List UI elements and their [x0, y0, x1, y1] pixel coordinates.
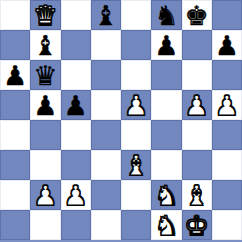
square-g4[interactable]: [182, 120, 212, 150]
square-f6[interactable]: [151, 60, 181, 90]
square-e5[interactable]: ♟: [121, 90, 151, 120]
square-b6[interactable]: ♛: [30, 60, 60, 90]
square-a4[interactable]: [0, 120, 30, 150]
chess-board: ♛♝♞♚♝♟♟♟♛♟♟♟♟♟♝♟♟♞♝♞♚: [0, 0, 242, 242]
square-c1[interactable]: [61, 210, 91, 240]
white-bishop: ♝: [124, 152, 148, 179]
square-g3[interactable]: [182, 150, 212, 180]
square-h3[interactable]: [212, 150, 242, 180]
square-d7[interactable]: [91, 30, 121, 60]
square-d4[interactable]: [91, 120, 121, 150]
square-c6[interactable]: [61, 60, 91, 90]
square-f5[interactable]: [151, 90, 181, 120]
square-f2[interactable]: ♞: [151, 180, 181, 210]
square-f1[interactable]: ♞: [151, 210, 181, 240]
square-h7[interactable]: ♟: [212, 30, 242, 60]
square-e4[interactable]: [121, 120, 151, 150]
white-bishop: ♝: [185, 182, 209, 209]
black-queen: ♛: [33, 62, 57, 89]
square-b3[interactable]: [30, 150, 60, 180]
square-d8[interactable]: ♝: [91, 0, 121, 30]
white-pawn: ♟: [33, 182, 57, 209]
square-e3[interactable]: ♝: [121, 150, 151, 180]
square-d1[interactable]: [91, 210, 121, 240]
square-g2[interactable]: ♝: [182, 180, 212, 210]
black-pawn: ♟: [64, 92, 88, 119]
black-knight: ♞: [154, 2, 178, 29]
square-c5[interactable]: ♟: [61, 90, 91, 120]
square-g5[interactable]: ♟: [182, 90, 212, 120]
white-knight: ♞: [154, 212, 178, 239]
square-e7[interactable]: [121, 30, 151, 60]
square-c7[interactable]: [61, 30, 91, 60]
square-h4[interactable]: [212, 120, 242, 150]
square-a1[interactable]: [0, 210, 30, 240]
square-g1[interactable]: ♚: [182, 210, 212, 240]
square-f8[interactable]: ♞: [151, 0, 181, 30]
square-h6[interactable]: [212, 60, 242, 90]
black-king: ♚: [185, 2, 209, 29]
square-a5[interactable]: [0, 90, 30, 120]
square-a6[interactable]: ♟: [0, 60, 30, 90]
square-e1[interactable]: [121, 210, 151, 240]
square-f3[interactable]: [151, 150, 181, 180]
square-e2[interactable]: [121, 180, 151, 210]
square-b8[interactable]: ♛: [30, 0, 60, 30]
white-king: ♚: [185, 212, 209, 239]
white-knight: ♞: [154, 182, 178, 209]
square-a8[interactable]: [0, 0, 30, 30]
square-e8[interactable]: [121, 0, 151, 30]
white-pawn: ♟: [215, 92, 239, 119]
square-c3[interactable]: [61, 150, 91, 180]
square-c4[interactable]: [61, 120, 91, 150]
square-b4[interactable]: [30, 120, 60, 150]
square-g8[interactable]: ♚: [182, 0, 212, 30]
square-a3[interactable]: [0, 150, 30, 180]
white-pawn: ♟: [124, 92, 148, 119]
black-bishop: ♝: [94, 2, 118, 29]
square-d5[interactable]: [91, 90, 121, 120]
square-f4[interactable]: [151, 120, 181, 150]
square-a2[interactable]: [0, 180, 30, 210]
square-h1[interactable]: [212, 210, 242, 240]
square-b2[interactable]: ♟: [30, 180, 60, 210]
black-bishop: ♝: [33, 32, 57, 59]
white-pawn: ♟: [64, 182, 88, 209]
square-h2[interactable]: [212, 180, 242, 210]
square-d6[interactable]: [91, 60, 121, 90]
black-pawn: ♟: [3, 62, 27, 89]
square-d2[interactable]: [91, 180, 121, 210]
black-pawn: ♟: [154, 32, 178, 59]
square-a7[interactable]: [0, 30, 30, 60]
square-h8[interactable]: [212, 0, 242, 30]
white-pawn: ♟: [185, 92, 209, 119]
black-pawn: ♟: [215, 32, 239, 59]
square-g6[interactable]: [182, 60, 212, 90]
square-c2[interactable]: ♟: [61, 180, 91, 210]
square-d3[interactable]: [91, 150, 121, 180]
square-h5[interactable]: ♟: [212, 90, 242, 120]
square-f7[interactable]: ♟: [151, 30, 181, 60]
black-pawn: ♟: [33, 92, 57, 119]
white-queen: ♛: [33, 2, 57, 29]
square-b1[interactable]: [30, 210, 60, 240]
square-b7[interactable]: ♝: [30, 30, 60, 60]
square-g7[interactable]: [182, 30, 212, 60]
square-e6[interactable]: [121, 60, 151, 90]
square-b5[interactable]: ♟: [30, 90, 60, 120]
square-c8[interactable]: [61, 0, 91, 30]
